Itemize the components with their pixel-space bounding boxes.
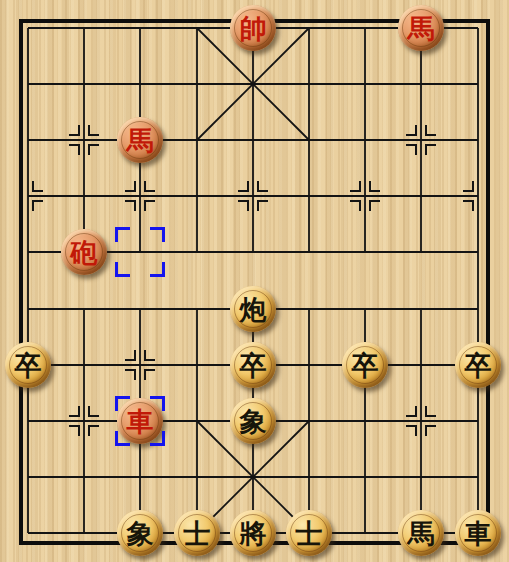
piece-glyph: 炮 [240, 296, 267, 323]
piece-glyph: 卒 [240, 352, 267, 379]
piece-glyph: 卒 [465, 352, 492, 379]
piece-glyph: 馬 [127, 127, 154, 154]
piece-black-cannon[interactable]: 炮 [230, 286, 276, 332]
piece-red-horse-1[interactable]: 馬 [398, 5, 444, 51]
piece-glyph: 象 [240, 408, 267, 435]
xiangqi-board[interactable]: 帥馬馬砲車炮卒卒卒卒象象士將士馬車 [0, 0, 509, 562]
piece-red-horse-2[interactable]: 馬 [117, 117, 163, 163]
piece-black-soldier-1[interactable]: 卒 [5, 342, 51, 388]
piece-black-soldier-2[interactable]: 卒 [230, 342, 276, 388]
piece-glyph: 車 [127, 408, 154, 435]
piece-glyph: 車 [465, 520, 492, 547]
piece-glyph: 帥 [240, 15, 267, 42]
piece-black-horse[interactable]: 馬 [398, 510, 444, 556]
piece-black-advisor-2[interactable]: 士 [286, 510, 332, 556]
piece-black-advisor-1[interactable]: 士 [174, 510, 220, 556]
piece-black-elephant-2[interactable]: 象 [117, 510, 163, 556]
pieces-layer: 帥馬馬砲車炮卒卒卒卒象象士將士馬車 [0, 0, 509, 562]
piece-black-chariot[interactable]: 車 [455, 510, 501, 556]
piece-glyph: 砲 [71, 239, 98, 266]
piece-black-soldier-3[interactable]: 卒 [342, 342, 388, 388]
piece-red-chariot[interactable]: 車 [117, 398, 163, 444]
piece-glyph: 馬 [408, 15, 435, 42]
piece-glyph: 卒 [352, 352, 379, 379]
piece-glyph: 士 [296, 520, 323, 547]
piece-glyph: 卒 [15, 352, 42, 379]
piece-glyph: 士 [184, 520, 211, 547]
piece-black-general[interactable]: 將 [230, 510, 276, 556]
piece-glyph: 象 [127, 520, 154, 547]
piece-black-elephant-1[interactable]: 象 [230, 398, 276, 444]
piece-glyph: 馬 [408, 520, 435, 547]
piece-glyph: 將 [240, 520, 267, 547]
piece-black-soldier-4[interactable]: 卒 [455, 342, 501, 388]
piece-red-cannon[interactable]: 砲 [61, 229, 107, 275]
piece-red-general[interactable]: 帥 [230, 5, 276, 51]
